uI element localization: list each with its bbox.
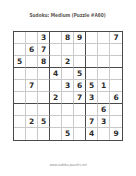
sudoku-cell-r5c5: 3 [62, 80, 74, 92]
sudoku-cell-r7c8: 6 [98, 104, 110, 116]
sudoku-cell-r6c9: 6 [110, 92, 122, 104]
sudoku-cell-r1c8 [98, 32, 110, 44]
sudoku-cell-r8c7: 7 [86, 116, 98, 128]
sudoku-board: 3897675824573651273662573549 [13, 31, 123, 141]
sudoku-cell-r4c9 [110, 68, 122, 80]
page-title-row: Sudoku: Medium (Puzzle #A60) [0, 11, 136, 21]
sudoku-cell-r9c1 [14, 128, 26, 140]
sudoku-cell-r6c1 [14, 92, 26, 104]
sudoku-cell-r5c4 [50, 80, 62, 92]
sudoku-cell-r5c7: 5 [86, 80, 98, 92]
sudoku-cell-r2c1 [14, 44, 26, 56]
sudoku-cell-r8c4 [50, 116, 62, 128]
sudoku-cell-r5c2: 7 [26, 80, 38, 92]
sudoku-cell-r1c3: 3 [38, 32, 50, 44]
sudoku-cell-r2c6 [74, 44, 86, 56]
sudoku-cell-r8c6 [74, 116, 86, 128]
sudoku-cell-r5c1 [14, 80, 26, 92]
sudoku-cell-r3c7 [86, 56, 98, 68]
sudoku-cell-r7c1 [14, 104, 26, 116]
sudoku-cell-r8c3: 5 [38, 116, 50, 128]
sudoku-cell-r2c5 [62, 44, 74, 56]
sudoku-cell-r7c3 [38, 104, 50, 116]
sudoku-cell-r4c3 [38, 68, 50, 80]
sudoku-cell-r9c4 [50, 128, 62, 140]
sudoku-cell-r5c9 [110, 80, 122, 92]
sudoku-cell-r9c8 [98, 128, 110, 140]
sudoku-cell-r9c3 [38, 128, 50, 140]
sudoku-cell-r7c5 [62, 104, 74, 116]
sudoku-cell-r3c5: 2 [62, 56, 74, 68]
sudoku-cell-r8c5 [62, 116, 74, 128]
sudoku-cell-r1c6: 9 [74, 32, 86, 44]
sudoku-cell-r7c9 [110, 104, 122, 116]
sudoku-cell-r2c4 [50, 44, 62, 56]
sudoku-cell-r1c9: 7 [110, 32, 122, 44]
sudoku-cell-r9c6 [74, 128, 86, 140]
sudoku-cell-r3c2 [26, 56, 38, 68]
sudoku-cell-r3c9 [110, 56, 122, 68]
sudoku-cell-r6c4: 2 [50, 92, 62, 104]
sudoku-cell-r3c8 [98, 56, 110, 68]
footer-row: www.sudoku-puzzles.net [0, 161, 136, 169]
sudoku-cell-r1c2 [26, 32, 38, 44]
sudoku-cell-r7c7 [86, 104, 98, 116]
sudoku-cell-r6c3 [38, 92, 50, 104]
sudoku-cell-r5c3 [38, 80, 50, 92]
sudoku-cell-r1c1 [14, 32, 26, 44]
sudoku-cell-r2c3: 7 [38, 44, 50, 56]
sudoku-cell-r4c6: 5 [74, 68, 86, 80]
sudoku-cell-r7c4 [50, 104, 62, 116]
sudoku-cell-r4c4: 4 [50, 68, 62, 80]
sudoku-cell-r2c2: 6 [26, 44, 38, 56]
footer-url: www.sudoku-puzzles.net [49, 163, 86, 166]
sudoku-cell-r3c4 [50, 56, 62, 68]
sudoku-cell-r6c7: 3 [86, 92, 98, 104]
sudoku-cell-r8c2: 2 [26, 116, 38, 128]
sudoku-cell-r2c7 [86, 44, 98, 56]
sudoku-sheet: Sudoku: Medium (Puzzle #A60) 38976758245… [0, 0, 136, 176]
page-title: Sudoku: Medium (Puzzle #A60) [30, 14, 106, 19]
sudoku-cell-r5c8: 1 [98, 80, 110, 92]
sudoku-cell-r1c7 [86, 32, 98, 44]
sudoku-cell-r8c8: 3 [98, 116, 110, 128]
sudoku-cell-r2c8 [98, 44, 110, 56]
sudoku-cell-r1c4 [50, 32, 62, 44]
sudoku-cell-r6c8 [98, 92, 110, 104]
sudoku-cell-r9c9: 9 [110, 128, 122, 140]
sudoku-cell-r3c6 [74, 56, 86, 68]
sudoku-cell-r3c1: 5 [14, 56, 26, 68]
sudoku-cell-r7c2 [26, 104, 38, 116]
sudoku-cell-r9c7: 4 [86, 128, 98, 140]
sudoku-cell-r2c9 [110, 44, 122, 56]
sudoku-cell-r4c2 [26, 68, 38, 80]
sudoku-cell-r1c5: 8 [62, 32, 74, 44]
sudoku-cell-r8c1 [14, 116, 26, 128]
sudoku-cell-r4c7 [86, 68, 98, 80]
sudoku-cell-r6c2 [26, 92, 38, 104]
sudoku-cell-r4c5 [62, 68, 74, 80]
sudoku-cell-r4c1 [14, 68, 26, 80]
sudoku-cell-r9c2 [26, 128, 38, 140]
sudoku-cell-r7c6 [74, 104, 86, 116]
sudoku-cell-r5c6: 6 [74, 80, 86, 92]
sudoku-cell-r9c5: 5 [62, 128, 74, 140]
sudoku-cell-r6c6: 7 [74, 92, 86, 104]
sudoku-cell-r3c3: 8 [38, 56, 50, 68]
sudoku-cell-r4c8 [98, 68, 110, 80]
sudoku-cell-r8c9 [110, 116, 122, 128]
sudoku-cell-r6c5 [62, 92, 74, 104]
